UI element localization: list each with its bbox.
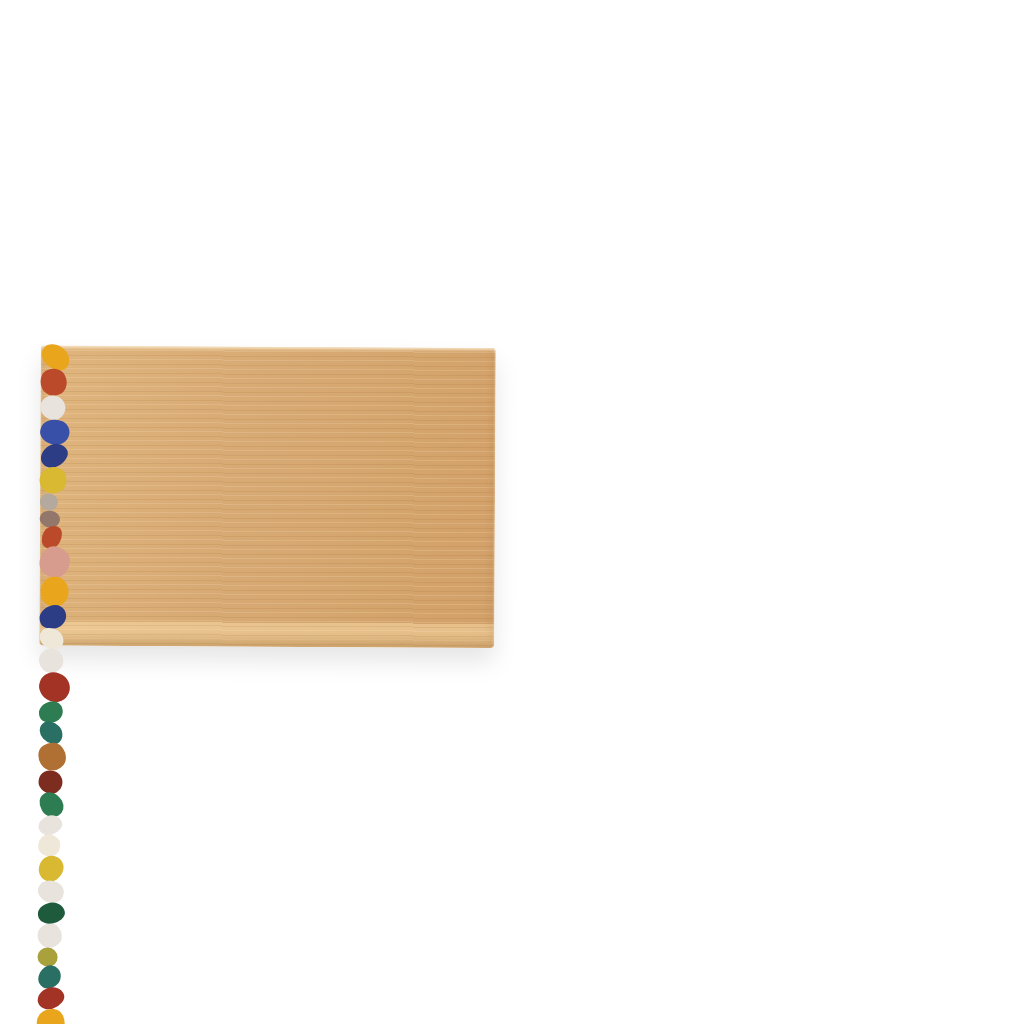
store-left: [37, 346, 495, 990]
gem-stone: [36, 463, 70, 497]
gem-stone: [36, 900, 66, 925]
gem-stone: [37, 365, 71, 399]
mancala-board: [39, 346, 979, 651]
gem-stone: [39, 394, 68, 422]
gem-stone: [38, 574, 71, 608]
board-left-leaf: [39, 346, 496, 648]
product-photo-background: [0, 0, 1024, 1024]
gem-stone: [38, 948, 58, 967]
pit-a1[interactable]: [36, 988, 492, 1024]
gem-stone: [37, 544, 72, 580]
gem-stone: [37, 834, 61, 858]
gem-stone: [40, 494, 58, 511]
